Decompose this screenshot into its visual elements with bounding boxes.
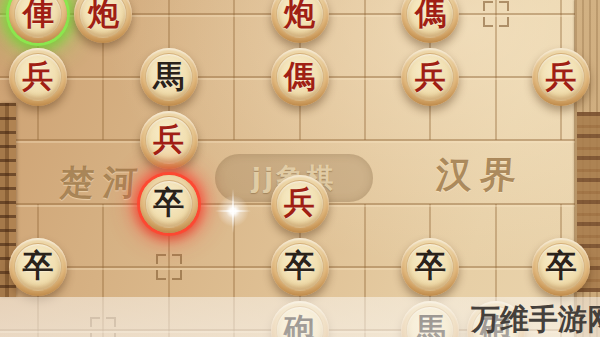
- piece-character: 馬: [153, 61, 184, 92]
- piece-character: 傌: [284, 61, 315, 92]
- piece-black-soldier[interactable]: 卒: [532, 238, 590, 296]
- piece-character: 兵: [546, 61, 577, 92]
- piece-face: 兵: [14, 53, 62, 101]
- piece-red-chariot[interactable]: 俥: [9, 0, 67, 43]
- piece-face: 馬: [145, 53, 193, 101]
- piece-red-horse[interactable]: 傌: [401, 0, 459, 43]
- xiangqi-board[interactable]: 楚河 汉界 jj象棋 俥炮炮傌兵馬傌兵兵兵卒兵卒卒卒卒砲馬砲 万维手游网: [0, 0, 600, 337]
- pieces-layer: 俥炮炮傌兵馬傌兵兵兵卒兵卒卒卒卒砲馬砲: [0, 0, 600, 337]
- piece-black-horse[interactable]: 馬: [140, 48, 198, 106]
- piece-red-soldier[interactable]: 兵: [140, 111, 198, 169]
- piece-face: 炮: [276, 0, 324, 38]
- piece-red-horse[interactable]: 傌: [271, 48, 329, 106]
- piece-character: 卒: [415, 250, 446, 281]
- piece-face: 傌: [276, 53, 324, 101]
- piece-character: 炮: [284, 0, 315, 29]
- piece-red-soldier[interactable]: 兵: [9, 48, 67, 106]
- piece-character: 卒: [153, 187, 184, 218]
- piece-face: 炮: [79, 0, 127, 38]
- site-watermark-text: 万维手游网: [471, 300, 600, 337]
- piece-red-soldier[interactable]: 兵: [532, 48, 590, 106]
- piece-black-soldier[interactable]: 卒: [9, 238, 67, 296]
- piece-character: 卒: [23, 250, 54, 281]
- piece-face: 俥: [14, 0, 62, 38]
- piece-face: 兵: [406, 53, 454, 101]
- piece-black-soldier[interactable]: 卒: [140, 175, 198, 233]
- piece-face: 卒: [14, 243, 62, 291]
- piece-face: 卒: [406, 243, 454, 291]
- piece-character: 兵: [153, 124, 184, 155]
- piece-character: 兵: [23, 61, 54, 92]
- piece-face: 卒: [145, 180, 193, 228]
- piece-red-soldier[interactable]: 兵: [401, 48, 459, 106]
- piece-face: 傌: [406, 0, 454, 38]
- piece-character: 傌: [415, 0, 446, 29]
- piece-red-cannon[interactable]: 炮: [271, 0, 329, 43]
- piece-character: 俥: [23, 0, 54, 29]
- sparkle-effect: [215, 193, 251, 229]
- piece-black-soldier[interactable]: 卒: [271, 238, 329, 296]
- piece-red-cannon[interactable]: 炮: [74, 0, 132, 43]
- piece-character: 兵: [284, 187, 315, 218]
- piece-face: 卒: [537, 243, 585, 291]
- piece-face: 卒: [276, 243, 324, 291]
- piece-face: 兵: [276, 180, 324, 228]
- piece-character: 炮: [88, 0, 119, 29]
- piece-character: 卒: [284, 250, 315, 281]
- piece-face: 兵: [537, 53, 585, 101]
- piece-character: 兵: [415, 61, 446, 92]
- piece-black-soldier[interactable]: 卒: [401, 238, 459, 296]
- piece-face: 兵: [145, 116, 193, 164]
- piece-red-soldier[interactable]: 兵: [271, 175, 329, 233]
- piece-character: 卒: [546, 250, 577, 281]
